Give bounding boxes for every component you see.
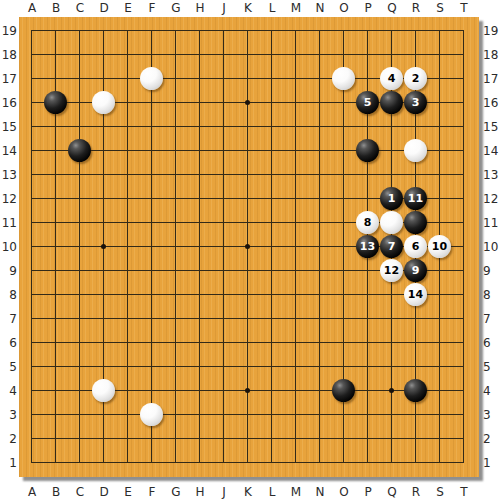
intersection-B5[interactable] [44, 355, 68, 379]
intersection-O18[interactable] [332, 43, 356, 67]
intersection-O14[interactable] [332, 139, 356, 163]
intersection-L18[interactable] [260, 43, 284, 67]
intersection-O10[interactable] [332, 235, 356, 259]
intersection-R17[interactable]: 2 [404, 67, 428, 91]
intersection-O6[interactable] [332, 331, 356, 355]
intersection-P11[interactable]: 8 [356, 211, 380, 235]
intersection-L3[interactable] [260, 403, 284, 427]
intersection-S15[interactable] [428, 115, 452, 139]
intersection-Q13[interactable] [380, 163, 404, 187]
intersection-A8[interactable] [20, 283, 44, 307]
intersection-B4[interactable] [44, 379, 68, 403]
intersection-C8[interactable] [68, 283, 92, 307]
intersection-O12[interactable] [332, 187, 356, 211]
intersection-L12[interactable] [260, 187, 284, 211]
intersection-O11[interactable] [332, 211, 356, 235]
intersection-G19[interactable] [164, 19, 188, 43]
intersection-A5[interactable] [20, 355, 44, 379]
intersection-S17[interactable] [428, 67, 452, 91]
intersection-J16[interactable] [212, 91, 236, 115]
intersection-G4[interactable] [164, 379, 188, 403]
intersection-P8[interactable] [356, 283, 380, 307]
intersection-F1[interactable] [140, 451, 164, 475]
intersection-S12[interactable] [428, 187, 452, 211]
intersection-H11[interactable] [188, 211, 212, 235]
intersection-M14[interactable] [284, 139, 308, 163]
intersection-T6[interactable] [452, 331, 476, 355]
intersection-B16[interactable] [44, 91, 68, 115]
intersection-E16[interactable] [116, 91, 140, 115]
intersection-C5[interactable] [68, 355, 92, 379]
intersection-C17[interactable] [68, 67, 92, 91]
intersection-P9[interactable] [356, 259, 380, 283]
intersection-N2[interactable] [308, 427, 332, 451]
intersection-F2[interactable] [140, 427, 164, 451]
intersection-H17[interactable] [188, 67, 212, 91]
intersection-M12[interactable] [284, 187, 308, 211]
intersection-N12[interactable] [308, 187, 332, 211]
intersection-J15[interactable] [212, 115, 236, 139]
intersection-G1[interactable] [164, 451, 188, 475]
intersection-R15[interactable] [404, 115, 428, 139]
intersection-R5[interactable] [404, 355, 428, 379]
intersection-O1[interactable] [332, 451, 356, 475]
intersection-T15[interactable] [452, 115, 476, 139]
intersection-Q6[interactable] [380, 331, 404, 355]
intersection-G6[interactable] [164, 331, 188, 355]
intersection-F16[interactable] [140, 91, 164, 115]
intersection-Q16[interactable] [380, 91, 404, 115]
intersection-B13[interactable] [44, 163, 68, 187]
intersection-S2[interactable] [428, 427, 452, 451]
intersection-G11[interactable] [164, 211, 188, 235]
intersection-S9[interactable] [428, 259, 452, 283]
intersection-K15[interactable] [236, 115, 260, 139]
intersection-O2[interactable] [332, 427, 356, 451]
intersection-H15[interactable] [188, 115, 212, 139]
intersection-E9[interactable] [116, 259, 140, 283]
intersection-N4[interactable] [308, 379, 332, 403]
intersection-D16[interactable] [92, 91, 116, 115]
intersection-H19[interactable] [188, 19, 212, 43]
intersection-H13[interactable] [188, 163, 212, 187]
intersection-M19[interactable] [284, 19, 308, 43]
intersection-N16[interactable] [308, 91, 332, 115]
intersection-M1[interactable] [284, 451, 308, 475]
intersection-N11[interactable] [308, 211, 332, 235]
intersection-E18[interactable] [116, 43, 140, 67]
intersection-L19[interactable] [260, 19, 284, 43]
intersection-F15[interactable] [140, 115, 164, 139]
intersection-K12[interactable] [236, 187, 260, 211]
intersection-L14[interactable] [260, 139, 284, 163]
intersection-G10[interactable] [164, 235, 188, 259]
intersection-C3[interactable] [68, 403, 92, 427]
intersection-L10[interactable] [260, 235, 284, 259]
intersection-T13[interactable] [452, 163, 476, 187]
intersection-A3[interactable] [20, 403, 44, 427]
intersection-Q7[interactable] [380, 307, 404, 331]
intersection-F18[interactable] [140, 43, 164, 67]
intersection-R1[interactable] [404, 451, 428, 475]
intersection-T17[interactable] [452, 67, 476, 91]
intersection-C2[interactable] [68, 427, 92, 451]
intersection-M15[interactable] [284, 115, 308, 139]
intersection-P1[interactable] [356, 451, 380, 475]
intersection-L8[interactable] [260, 283, 284, 307]
intersection-N13[interactable] [308, 163, 332, 187]
intersection-S6[interactable] [428, 331, 452, 355]
intersection-H7[interactable] [188, 307, 212, 331]
intersection-H3[interactable] [188, 403, 212, 427]
intersection-P15[interactable] [356, 115, 380, 139]
intersection-S14[interactable] [428, 139, 452, 163]
intersection-K9[interactable] [236, 259, 260, 283]
intersection-S10[interactable]: 10 [428, 235, 452, 259]
intersection-R16[interactable]: 3 [404, 91, 428, 115]
intersection-G17[interactable] [164, 67, 188, 91]
intersection-L15[interactable] [260, 115, 284, 139]
intersection-Q10[interactable]: 7 [380, 235, 404, 259]
intersection-C16[interactable] [68, 91, 92, 115]
intersection-D11[interactable] [92, 211, 116, 235]
intersection-Q4[interactable] [380, 379, 404, 403]
intersection-P12[interactable] [356, 187, 380, 211]
intersection-G9[interactable] [164, 259, 188, 283]
intersection-C15[interactable] [68, 115, 92, 139]
intersection-E14[interactable] [116, 139, 140, 163]
intersection-K17[interactable] [236, 67, 260, 91]
intersection-E8[interactable] [116, 283, 140, 307]
intersection-R12[interactable]: 11 [404, 187, 428, 211]
intersection-A11[interactable] [20, 211, 44, 235]
intersection-J3[interactable] [212, 403, 236, 427]
intersection-F5[interactable] [140, 355, 164, 379]
intersection-L1[interactable] [260, 451, 284, 475]
intersection-O8[interactable] [332, 283, 356, 307]
intersection-K6[interactable] [236, 331, 260, 355]
intersection-G3[interactable] [164, 403, 188, 427]
intersection-B17[interactable] [44, 67, 68, 91]
intersection-C12[interactable] [68, 187, 92, 211]
intersection-Q8[interactable] [380, 283, 404, 307]
intersection-E15[interactable] [116, 115, 140, 139]
intersection-E17[interactable] [116, 67, 140, 91]
intersection-R13[interactable] [404, 163, 428, 187]
intersection-F8[interactable] [140, 283, 164, 307]
intersection-P6[interactable] [356, 331, 380, 355]
intersection-K7[interactable] [236, 307, 260, 331]
intersection-F6[interactable] [140, 331, 164, 355]
intersection-Q15[interactable] [380, 115, 404, 139]
intersection-J19[interactable] [212, 19, 236, 43]
intersection-O9[interactable] [332, 259, 356, 283]
intersection-E10[interactable] [116, 235, 140, 259]
intersection-K8[interactable] [236, 283, 260, 307]
intersection-J11[interactable] [212, 211, 236, 235]
intersection-Q1[interactable] [380, 451, 404, 475]
intersection-P7[interactable] [356, 307, 380, 331]
intersection-G14[interactable] [164, 139, 188, 163]
intersection-P17[interactable] [356, 67, 380, 91]
intersection-S7[interactable] [428, 307, 452, 331]
intersection-H18[interactable] [188, 43, 212, 67]
intersection-P10[interactable]: 13 [356, 235, 380, 259]
intersection-R8[interactable]: 14 [404, 283, 428, 307]
intersection-D3[interactable] [92, 403, 116, 427]
intersection-K2[interactable] [236, 427, 260, 451]
intersection-O16[interactable] [332, 91, 356, 115]
intersection-K18[interactable] [236, 43, 260, 67]
intersection-C6[interactable] [68, 331, 92, 355]
intersection-N7[interactable] [308, 307, 332, 331]
intersection-B1[interactable] [44, 451, 68, 475]
intersection-S3[interactable] [428, 403, 452, 427]
intersection-E13[interactable] [116, 163, 140, 187]
intersection-L4[interactable] [260, 379, 284, 403]
intersection-K14[interactable] [236, 139, 260, 163]
intersection-L11[interactable] [260, 211, 284, 235]
intersection-D8[interactable] [92, 283, 116, 307]
intersection-R2[interactable] [404, 427, 428, 451]
intersection-A1[interactable] [20, 451, 44, 475]
intersection-D1[interactable] [92, 451, 116, 475]
intersection-E5[interactable] [116, 355, 140, 379]
intersection-T16[interactable] [452, 91, 476, 115]
intersection-R7[interactable] [404, 307, 428, 331]
intersection-P4[interactable] [356, 379, 380, 403]
intersection-H4[interactable] [188, 379, 212, 403]
intersection-S19[interactable] [428, 19, 452, 43]
intersection-E19[interactable] [116, 19, 140, 43]
intersection-E6[interactable] [116, 331, 140, 355]
intersection-J17[interactable] [212, 67, 236, 91]
intersection-T3[interactable] [452, 403, 476, 427]
intersection-S18[interactable] [428, 43, 452, 67]
intersection-K13[interactable] [236, 163, 260, 187]
intersection-J2[interactable] [212, 427, 236, 451]
intersection-Q14[interactable] [380, 139, 404, 163]
intersection-P3[interactable] [356, 403, 380, 427]
intersection-D9[interactable] [92, 259, 116, 283]
intersection-J12[interactable] [212, 187, 236, 211]
intersection-S13[interactable] [428, 163, 452, 187]
intersection-Q18[interactable] [380, 43, 404, 67]
intersection-P19[interactable] [356, 19, 380, 43]
intersection-C10[interactable] [68, 235, 92, 259]
intersection-D15[interactable] [92, 115, 116, 139]
intersection-E2[interactable] [116, 427, 140, 451]
intersection-H2[interactable] [188, 427, 212, 451]
intersection-F11[interactable] [140, 211, 164, 235]
intersection-C13[interactable] [68, 163, 92, 187]
intersection-M17[interactable] [284, 67, 308, 91]
intersection-O4[interactable] [332, 379, 356, 403]
intersection-B3[interactable] [44, 403, 68, 427]
intersection-S8[interactable] [428, 283, 452, 307]
intersection-S4[interactable] [428, 379, 452, 403]
intersection-C14[interactable] [68, 139, 92, 163]
intersection-N19[interactable] [308, 19, 332, 43]
intersection-Q5[interactable] [380, 355, 404, 379]
intersection-O15[interactable] [332, 115, 356, 139]
intersection-H8[interactable] [188, 283, 212, 307]
intersection-M10[interactable] [284, 235, 308, 259]
intersection-O7[interactable] [332, 307, 356, 331]
intersection-L13[interactable] [260, 163, 284, 187]
intersection-J5[interactable] [212, 355, 236, 379]
intersection-F9[interactable] [140, 259, 164, 283]
intersection-E7[interactable] [116, 307, 140, 331]
intersection-L2[interactable] [260, 427, 284, 451]
intersection-R19[interactable] [404, 19, 428, 43]
intersection-J13[interactable] [212, 163, 236, 187]
intersection-B6[interactable] [44, 331, 68, 355]
intersection-G5[interactable] [164, 355, 188, 379]
intersection-M18[interactable] [284, 43, 308, 67]
intersection-L7[interactable] [260, 307, 284, 331]
intersection-Q11[interactable] [380, 211, 404, 235]
intersection-D2[interactable] [92, 427, 116, 451]
intersection-S5[interactable] [428, 355, 452, 379]
intersection-J10[interactable] [212, 235, 236, 259]
intersection-B18[interactable] [44, 43, 68, 67]
intersection-T11[interactable] [452, 211, 476, 235]
intersection-B7[interactable] [44, 307, 68, 331]
intersection-G15[interactable] [164, 115, 188, 139]
intersection-R18[interactable] [404, 43, 428, 67]
intersection-K4[interactable] [236, 379, 260, 403]
intersection-T5[interactable] [452, 355, 476, 379]
intersection-K5[interactable] [236, 355, 260, 379]
intersection-S11[interactable] [428, 211, 452, 235]
intersection-F19[interactable] [140, 19, 164, 43]
intersection-D4[interactable] [92, 379, 116, 403]
intersection-L9[interactable] [260, 259, 284, 283]
intersection-P18[interactable] [356, 43, 380, 67]
intersection-G13[interactable] [164, 163, 188, 187]
intersection-S16[interactable] [428, 91, 452, 115]
intersection-Q2[interactable] [380, 427, 404, 451]
intersection-B8[interactable] [44, 283, 68, 307]
intersection-P5[interactable] [356, 355, 380, 379]
intersection-P16[interactable]: 5 [356, 91, 380, 115]
intersection-N15[interactable] [308, 115, 332, 139]
intersection-K11[interactable] [236, 211, 260, 235]
intersection-E12[interactable] [116, 187, 140, 211]
intersection-P2[interactable] [356, 427, 380, 451]
intersection-J14[interactable] [212, 139, 236, 163]
intersection-H5[interactable] [188, 355, 212, 379]
intersection-O13[interactable] [332, 163, 356, 187]
intersection-A2[interactable] [20, 427, 44, 451]
intersection-B9[interactable] [44, 259, 68, 283]
intersection-B10[interactable] [44, 235, 68, 259]
intersection-C18[interactable] [68, 43, 92, 67]
intersection-A10[interactable] [20, 235, 44, 259]
intersection-F12[interactable] [140, 187, 164, 211]
intersection-J8[interactable] [212, 283, 236, 307]
intersection-Q9[interactable]: 12 [380, 259, 404, 283]
intersection-T4[interactable] [452, 379, 476, 403]
intersection-K3[interactable] [236, 403, 260, 427]
intersection-T10[interactable] [452, 235, 476, 259]
intersection-N3[interactable] [308, 403, 332, 427]
intersection-M5[interactable] [284, 355, 308, 379]
intersection-D13[interactable] [92, 163, 116, 187]
intersection-T12[interactable] [452, 187, 476, 211]
intersection-L16[interactable] [260, 91, 284, 115]
intersection-M3[interactable] [284, 403, 308, 427]
intersection-C19[interactable] [68, 19, 92, 43]
intersection-C7[interactable] [68, 307, 92, 331]
intersection-H12[interactable] [188, 187, 212, 211]
intersection-A12[interactable] [20, 187, 44, 211]
intersection-N10[interactable] [308, 235, 332, 259]
intersection-M16[interactable] [284, 91, 308, 115]
intersection-A16[interactable] [20, 91, 44, 115]
intersection-N9[interactable] [308, 259, 332, 283]
intersection-O19[interactable] [332, 19, 356, 43]
intersection-C1[interactable] [68, 451, 92, 475]
intersection-H16[interactable] [188, 91, 212, 115]
intersection-D5[interactable] [92, 355, 116, 379]
intersection-J18[interactable] [212, 43, 236, 67]
intersection-D10[interactable] [92, 235, 116, 259]
intersection-J4[interactable] [212, 379, 236, 403]
intersection-R6[interactable] [404, 331, 428, 355]
intersection-F4[interactable] [140, 379, 164, 403]
intersection-T1[interactable] [452, 451, 476, 475]
intersection-D12[interactable] [92, 187, 116, 211]
intersection-D17[interactable] [92, 67, 116, 91]
intersection-N1[interactable] [308, 451, 332, 475]
intersection-R14[interactable] [404, 139, 428, 163]
intersection-F17[interactable] [140, 67, 164, 91]
intersection-M9[interactable] [284, 259, 308, 283]
intersection-J7[interactable] [212, 307, 236, 331]
intersection-A14[interactable] [20, 139, 44, 163]
intersection-G12[interactable] [164, 187, 188, 211]
intersection-N14[interactable] [308, 139, 332, 163]
intersection-B12[interactable] [44, 187, 68, 211]
intersection-M2[interactable] [284, 427, 308, 451]
intersection-T14[interactable] [452, 139, 476, 163]
intersection-N5[interactable] [308, 355, 332, 379]
intersection-J9[interactable] [212, 259, 236, 283]
intersection-Q17[interactable]: 4 [380, 67, 404, 91]
intersection-F3[interactable] [140, 403, 164, 427]
intersection-B19[interactable] [44, 19, 68, 43]
intersection-J6[interactable] [212, 331, 236, 355]
intersection-A18[interactable] [20, 43, 44, 67]
intersection-M11[interactable] [284, 211, 308, 235]
intersection-R3[interactable] [404, 403, 428, 427]
intersection-J1[interactable] [212, 451, 236, 475]
intersection-G18[interactable] [164, 43, 188, 67]
intersection-P14[interactable] [356, 139, 380, 163]
intersection-D7[interactable] [92, 307, 116, 331]
intersection-T18[interactable] [452, 43, 476, 67]
intersection-L17[interactable] [260, 67, 284, 91]
intersection-A9[interactable] [20, 259, 44, 283]
intersection-M13[interactable] [284, 163, 308, 187]
intersection-T8[interactable] [452, 283, 476, 307]
intersection-K1[interactable] [236, 451, 260, 475]
intersection-G8[interactable] [164, 283, 188, 307]
intersection-F13[interactable] [140, 163, 164, 187]
intersection-T19[interactable] [452, 19, 476, 43]
